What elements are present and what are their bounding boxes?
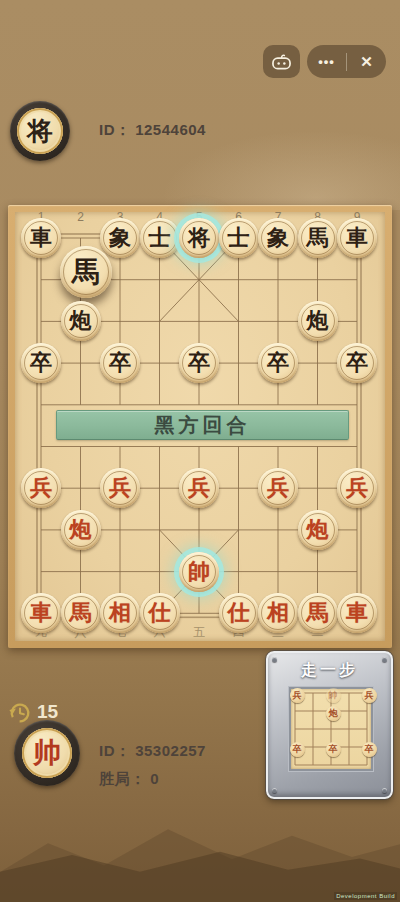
menu-close-pill: ••• ✕ (307, 45, 386, 78)
piece-兵[interactable]: 兵 (21, 468, 61, 508)
mini-piece-卒: 卒 (326, 742, 341, 757)
mini-piece-帥: 帥 (326, 688, 341, 703)
piece-馬[interactable]: 馬 (61, 593, 101, 633)
file-label-top: 2 (71, 210, 91, 224)
piece-将[interactable]: 将 (179, 218, 219, 258)
piece-仕[interactable]: 仕 (140, 593, 180, 633)
piece-車[interactable]: 車 (21, 218, 61, 258)
piece-仕[interactable]: 仕 (219, 593, 259, 633)
player-avatar-piece: 帅 (22, 728, 72, 778)
opponent-avatar-piece: 将 (17, 108, 63, 154)
gamepad-icon (270, 52, 293, 71)
piece-士[interactable]: 士 (140, 218, 180, 258)
piece-兵[interactable]: 兵 (258, 468, 298, 508)
mini-puzzle-board: 兵帥兵炮卒卒卒 (289, 687, 373, 771)
mini-piece-兵: 兵 (290, 688, 305, 703)
piece-卒[interactable]: 卒 (258, 343, 298, 383)
one-move-puzzle-panel[interactable]: 走一步 兵帥兵炮卒卒卒 (266, 651, 393, 799)
piece-馬[interactable]: 馬 (298, 593, 338, 633)
mini-piece-炮: 炮 (326, 706, 341, 721)
piece-馬[interactable]: 馬 (298, 218, 338, 258)
piece-帥[interactable]: 帥 (179, 552, 219, 592)
xiangqi-app: ••• ✕ 将 ID： 12544604 123456789九八七六五四三二一 … (0, 0, 400, 902)
piece-卒[interactable]: 卒 (337, 343, 377, 383)
piece-炮[interactable]: 炮 (298, 510, 338, 550)
piece-兵[interactable]: 兵 (100, 468, 140, 508)
piece-車[interactable]: 車 (337, 218, 377, 258)
gamepad-button[interactable] (263, 45, 300, 78)
screw-icon (382, 788, 387, 793)
piece-象[interactable]: 象 (258, 218, 298, 258)
timer-icon (7, 700, 33, 726)
opponent-id: ID： 12544604 (99, 121, 206, 140)
piece-卒[interactable]: 卒 (21, 343, 61, 383)
mini-piece-兵: 兵 (362, 688, 377, 703)
piece-卒[interactable]: 卒 (100, 343, 140, 383)
piece-炮[interactable]: 炮 (61, 510, 101, 550)
piece-馬[interactable]: 馬 (60, 246, 112, 298)
screw-icon (272, 788, 277, 793)
dev-build-watermark: Development Build (334, 892, 397, 900)
piece-兵[interactable]: 兵 (179, 468, 219, 508)
player-wins: 胜局： 0 (99, 770, 159, 789)
piece-象[interactable]: 象 (100, 218, 140, 258)
opponent-avatar[interactable]: 将 (10, 101, 70, 161)
puzzle-panel-title: 走一步 (268, 660, 391, 681)
piece-炮[interactable]: 炮 (61, 301, 101, 341)
mini-piece-卒: 卒 (290, 742, 305, 757)
mini-piece-卒: 卒 (362, 742, 377, 757)
piece-卒[interactable]: 卒 (179, 343, 219, 383)
piece-兵[interactable]: 兵 (337, 468, 377, 508)
piece-士[interactable]: 士 (219, 218, 259, 258)
file-label-bottom: 五 (189, 624, 209, 641)
piece-炮[interactable]: 炮 (298, 301, 338, 341)
more-button[interactable]: ••• (307, 45, 346, 78)
background-scenery (160, 130, 400, 210)
close-button[interactable]: ✕ (347, 45, 386, 78)
xiangqi-board[interactable]: 123456789九八七六五四三二一 車象士将士象馬車馬炮炮卒卒卒卒卒兵兵兵兵兵… (8, 205, 392, 648)
player-id: ID： 35302257 (99, 742, 206, 761)
player-avatar[interactable]: 帅 (14, 720, 80, 786)
turn-banner: 黑方回合 (56, 410, 349, 440)
